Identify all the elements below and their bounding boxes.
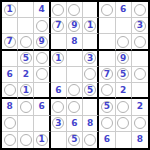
cell-r2c7[interactable]: [99, 18, 115, 34]
odd-circle: [20, 36, 32, 48]
digit: 8: [71, 37, 77, 46]
cell-r9c4[interactable]: [51, 132, 67, 148]
odd-circle: [101, 4, 113, 16]
cell-r1c5[interactable]: [67, 2, 83, 18]
digit: 7: [55, 21, 61, 30]
cell-r2c4[interactable]: 7: [51, 18, 67, 34]
cell-r3c9[interactable]: [132, 34, 148, 50]
cell-r3c5[interactable]: 8: [67, 34, 83, 50]
odd-circle: [101, 117, 113, 129]
cell-r2c1[interactable]: [2, 18, 18, 34]
cell-r4c9[interactable]: [132, 51, 148, 67]
digit: 1: [87, 21, 93, 30]
cell-r5c1[interactable]: 6: [2, 67, 18, 83]
cell-r9c8[interactable]: [116, 132, 132, 148]
odd-circle: [117, 117, 129, 129]
digit: 8: [137, 135, 143, 144]
cell-r6c3[interactable]: [34, 83, 50, 99]
odd-circle: [134, 117, 146, 129]
digit: 9: [120, 54, 126, 63]
cell-r1c2[interactable]: [18, 2, 34, 18]
digit: 8: [6, 102, 12, 111]
cell-r6c5[interactable]: [67, 83, 83, 99]
cell-r2c8[interactable]: [116, 18, 132, 34]
cell-r6c6[interactable]: 5: [83, 83, 99, 99]
digit: 1: [55, 54, 61, 63]
cell-r6c9[interactable]: [132, 83, 148, 99]
digit: 6: [38, 102, 44, 111]
digit: 5: [120, 70, 126, 79]
digit: 3: [87, 54, 93, 63]
odd-circle: [134, 68, 146, 80]
digit: 5: [71, 135, 77, 144]
odd-circle: [52, 101, 64, 113]
cell-r1c7[interactable]: [99, 2, 115, 18]
cell-r6c4[interactable]: 6: [51, 83, 67, 99]
digit: 7: [104, 70, 110, 79]
cell-r3c1[interactable]: 7: [2, 34, 18, 50]
odd-circle: [84, 68, 96, 80]
odd-circle: [36, 52, 48, 64]
cell-r5c7[interactable]: 7: [99, 67, 115, 83]
digit: 1: [23, 86, 29, 95]
odd-circle: [36, 20, 48, 32]
cell-r4c1[interactable]: [2, 51, 18, 67]
odd-circle: 1: [36, 134, 48, 146]
cell-r7c1[interactable]: 8: [2, 99, 18, 115]
cell-r2c9[interactable]: 3: [132, 18, 148, 34]
cell-r8c3[interactable]: [34, 116, 50, 132]
cell-r7c2[interactable]: [18, 99, 34, 115]
cell-r8c9[interactable]: [132, 116, 148, 132]
odd-circle: 1: [20, 84, 32, 96]
odd-circle: 3: [134, 20, 146, 32]
cell-r6c8[interactable]: 2: [116, 83, 132, 99]
digit: 2: [120, 86, 126, 95]
cell-r5c9[interactable]: [132, 67, 148, 83]
digit: 6: [120, 5, 126, 14]
sudoku-board: 146791379851396275165286523681568: [0, 0, 150, 150]
cell-r2c5[interactable]: 9: [67, 18, 83, 34]
digit: 3: [137, 21, 143, 30]
odd-circle: [117, 101, 129, 113]
cell-r8c8[interactable]: [116, 116, 132, 132]
odd-circle: [36, 68, 48, 80]
odd-circle: 9: [68, 20, 80, 32]
odd-circle: 5: [20, 52, 32, 64]
digit: 6: [55, 86, 61, 95]
cell-r7c7[interactable]: 5: [99, 99, 115, 115]
odd-circle: 3: [84, 52, 96, 64]
odd-circle: 5: [101, 101, 113, 113]
cell-r4c4[interactable]: 1: [51, 51, 67, 67]
cell-r3c8[interactable]: [116, 34, 132, 50]
odd-circle: [52, 4, 64, 16]
odd-circle: [68, 84, 80, 96]
cell-r8c1[interactable]: [2, 116, 18, 132]
cell-r3c2[interactable]: [18, 34, 34, 50]
cell-r8c2[interactable]: [18, 116, 34, 132]
odd-circle: [4, 117, 16, 129]
cell-r2c2[interactable]: [18, 18, 34, 34]
odd-circle: 5: [84, 84, 96, 96]
cell-r1c3[interactable]: 4: [34, 2, 50, 18]
cell-r5c6[interactable]: [83, 67, 99, 83]
odd-circle: [117, 36, 129, 48]
cell-r7c4[interactable]: [51, 99, 67, 115]
odd-circle: 7: [101, 68, 113, 80]
odd-circle: 1: [52, 52, 64, 64]
cell-r4c2[interactable]: 5: [18, 51, 34, 67]
digit: 4: [38, 5, 44, 14]
cell-r1c8[interactable]: 6: [116, 2, 132, 18]
odd-circle: [134, 4, 146, 16]
cell-r1c4[interactable]: [51, 2, 67, 18]
cell-r8c4[interactable]: 3: [51, 116, 67, 132]
digit: 5: [104, 102, 110, 111]
cell-r7c6[interactable]: [83, 99, 99, 115]
cell-r9c2[interactable]: [18, 132, 34, 148]
cell-r4c7[interactable]: [99, 51, 115, 67]
cell-r6c1[interactable]: [2, 83, 18, 99]
digit: 6: [6, 70, 12, 79]
digit: 9: [71, 21, 77, 30]
cell-r1c1[interactable]: 1: [2, 2, 18, 18]
cell-r5c3[interactable]: [34, 67, 50, 83]
cell-r7c9[interactable]: 2: [132, 99, 148, 115]
cell-r9c1[interactable]: [2, 132, 18, 148]
cell-r3c3[interactable]: 9: [34, 34, 50, 50]
digit: 1: [38, 135, 44, 144]
digit: 1: [6, 5, 12, 14]
cell-r6c2[interactable]: 1: [18, 83, 34, 99]
odd-circle: [134, 36, 146, 48]
cell-r9c9[interactable]: 8: [132, 132, 148, 148]
digit: 2: [137, 102, 143, 111]
cell-r9c7[interactable]: 6: [99, 132, 115, 148]
cell-r9c6[interactable]: [83, 132, 99, 148]
cell-r4c6[interactable]: 3: [83, 51, 99, 67]
cell-r4c8[interactable]: 9: [116, 51, 132, 67]
cell-r8c7[interactable]: [99, 116, 115, 132]
cell-r4c5[interactable]: [67, 51, 83, 67]
digit: 3: [55, 119, 61, 128]
cell-r2c6[interactable]: 1: [83, 18, 99, 34]
cell-r1c6[interactable]: [83, 2, 99, 18]
odd-circle: 9: [117, 52, 129, 64]
cell-r8c5[interactable]: 6: [67, 116, 83, 132]
digit: 2: [23, 70, 29, 79]
cell-r5c2[interactable]: 2: [18, 67, 34, 83]
odd-circle: 1: [84, 20, 96, 32]
cell-r7c3[interactable]: 6: [34, 99, 50, 115]
odd-circle: 1: [4, 4, 16, 16]
digit: 5: [23, 54, 29, 63]
odd-circle: 3: [52, 117, 64, 129]
cell-r5c4[interactable]: [51, 67, 67, 83]
odd-circle: [84, 134, 96, 146]
cell-r5c8[interactable]: 5: [116, 67, 132, 83]
odd-circle: 9: [36, 36, 48, 48]
digit: 6: [104, 135, 110, 144]
cell-r7c5[interactable]: [67, 99, 83, 115]
odd-circle: [20, 101, 32, 113]
cell-r3c7[interactable]: [99, 34, 115, 50]
odd-circle: [20, 134, 32, 146]
cell-r2c3[interactable]: [34, 18, 50, 34]
cell-r3c4[interactable]: [51, 34, 67, 50]
digit: 9: [38, 37, 44, 46]
cell-r7c8[interactable]: [116, 99, 132, 115]
odd-circle: [4, 134, 16, 146]
cell-r6c7[interactable]: [99, 83, 115, 99]
cell-r9c5[interactable]: 5: [67, 132, 83, 148]
digit: 5: [87, 86, 93, 95]
cell-r1c9[interactable]: [132, 2, 148, 18]
digit: 8: [87, 119, 93, 128]
odd-circle: 5: [68, 134, 80, 146]
odd-circle: 7: [4, 36, 16, 48]
cell-r4c3[interactable]: [34, 51, 50, 67]
digit: 7: [6, 37, 12, 46]
cell-r5c5[interactable]: [67, 67, 83, 83]
cell-r8c6[interactable]: 8: [83, 116, 99, 132]
digit: 6: [71, 119, 77, 128]
cell-r9c3[interactable]: 1: [34, 132, 50, 148]
odd-circle: 5: [117, 68, 129, 80]
odd-circle: 7: [52, 20, 64, 32]
cell-r3c6[interactable]: [83, 34, 99, 50]
odd-circle: [68, 101, 80, 113]
odd-circle: [4, 84, 16, 96]
odd-circle: [68, 4, 80, 16]
odd-circle: [101, 84, 113, 96]
